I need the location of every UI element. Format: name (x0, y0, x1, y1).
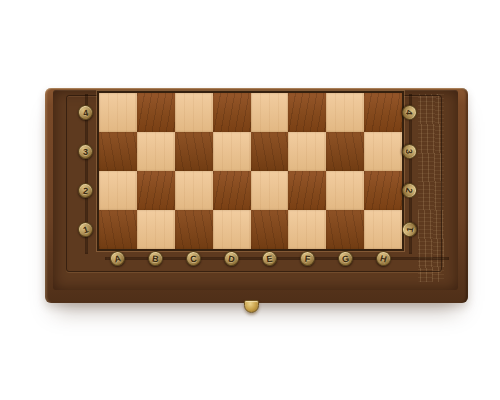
square-g4 (326, 93, 364, 132)
brass-latch (244, 300, 259, 313)
square-h3 (364, 132, 402, 171)
chess-box-lid: 43214321ABCDEFGH (45, 88, 468, 303)
square-b3 (137, 132, 175, 171)
square-h4 (364, 93, 402, 132)
square-a2 (99, 171, 137, 210)
wood-scratch-texture (418, 94, 444, 282)
square-h2 (364, 171, 402, 210)
square-c1 (175, 210, 213, 249)
square-a3 (99, 132, 137, 171)
square-b4 (137, 93, 175, 132)
square-b2 (137, 171, 175, 210)
square-b1 (137, 210, 175, 249)
rank-label-3-left: 3 (78, 144, 93, 159)
square-f1 (288, 210, 326, 249)
square-c4 (175, 93, 213, 132)
square-e3 (251, 132, 289, 171)
square-f4 (288, 93, 326, 132)
square-g3 (326, 132, 364, 171)
product-photo-chess-box: 43214321ABCDEFGH (0, 0, 500, 400)
square-e4 (251, 93, 289, 132)
square-f3 (288, 132, 326, 171)
square-h1 (364, 210, 402, 249)
square-a4 (99, 93, 137, 132)
square-g2 (326, 171, 364, 210)
square-g1 (326, 210, 364, 249)
square-d2 (213, 171, 251, 210)
square-d1 (213, 210, 251, 249)
square-d4 (213, 93, 251, 132)
square-f2 (288, 171, 326, 210)
square-a1 (99, 210, 137, 249)
chess-board (99, 93, 402, 249)
square-e1 (251, 210, 289, 249)
square-c2 (175, 171, 213, 210)
square-d3 (213, 132, 251, 171)
square-e2 (251, 171, 289, 210)
square-c3 (175, 132, 213, 171)
